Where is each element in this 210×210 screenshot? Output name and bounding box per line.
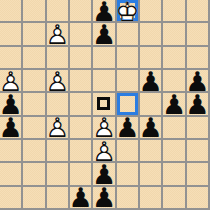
cell-r4c3[interactable]: ♟♙ [47, 70, 68, 91]
cell-r5c8[interactable]: ♟ [163, 93, 184, 114]
black-pawn-icon: ♟ [93, 0, 114, 21]
cell-r6c9[interactable] [187, 117, 208, 138]
cell-r8c3[interactable] [47, 163, 68, 184]
cell-r4c5[interactable] [93, 70, 114, 91]
cell-r8c6[interactable] [117, 163, 138, 184]
cell-r7c9[interactable] [187, 140, 208, 161]
cell-r2c9[interactable] [187, 23, 208, 44]
white-pawn-icon: ♟♙ [93, 117, 114, 138]
cell-r1c7[interactable] [140, 0, 161, 21]
cell-r4c4[interactable] [70, 70, 91, 91]
cell-r5c3[interactable] [47, 93, 68, 114]
cell-r8c2[interactable] [23, 163, 44, 184]
cell-r7c6[interactable] [117, 140, 138, 161]
cell-r1c5[interactable]: ♟ [93, 0, 114, 21]
cell-r7c4[interactable] [70, 140, 91, 161]
cell-r9c6[interactable] [117, 187, 138, 208]
black-pawn-icon: ♟ [93, 163, 114, 184]
cell-r8c9[interactable] [187, 163, 208, 184]
cell-r6c6[interactable]: ♟ [117, 117, 138, 138]
white-king-icon: ♚♔ [117, 0, 138, 21]
cell-r1c4[interactable] [70, 0, 91, 21]
cell-r1c3[interactable] [47, 0, 68, 21]
cell-r2c6[interactable] [117, 23, 138, 44]
white-pawn-icon: ♟♙ [0, 70, 21, 91]
cell-r2c4[interactable] [70, 23, 91, 44]
cell-r3c6[interactable] [117, 47, 138, 68]
cell-r1c8[interactable] [163, 0, 184, 21]
cell-r5c4[interactable] [70, 93, 91, 114]
cell-r1c9[interactable] [187, 0, 208, 21]
cell-r8c5[interactable]: ♟ [93, 163, 114, 184]
black-pawn-icon: ♟ [70, 187, 91, 208]
black-pawn-icon: ♟ [93, 187, 114, 208]
black-pawn-icon: ♟ [0, 93, 21, 114]
cell-r2c3[interactable]: ♟♙ [47, 23, 68, 44]
white-pawn-icon: ♟♙ [47, 23, 68, 44]
black-pawn-icon: ♟ [0, 117, 21, 138]
cell-r7c1[interactable] [0, 140, 21, 161]
cell-r8c4[interactable] [70, 163, 91, 184]
cell-r1c2[interactable] [23, 0, 44, 21]
cell-r3c3[interactable] [47, 47, 68, 68]
cell-r3c2[interactable] [23, 47, 44, 68]
cell-r7c8[interactable] [163, 140, 184, 161]
cell-r3c4[interactable] [70, 47, 91, 68]
cell-r8c8[interactable] [163, 163, 184, 184]
cell-r8c1[interactable] [0, 163, 21, 184]
game-board: ♟♚♔♟♙♟♟♙♟♙♟♟♟♟♟♟♟♙♟♙♟♟♟♙♟♟♟ [0, 0, 210, 210]
black-pawn-icon: ♟ [117, 117, 138, 138]
black-pawn-icon: ♟ [93, 23, 114, 44]
black-pawn-icon: ♟ [163, 93, 184, 114]
cell-r5c5[interactable] [93, 93, 114, 114]
cell-r9c1[interactable] [0, 187, 21, 208]
cell-r6c3[interactable]: ♟♙ [47, 117, 68, 138]
cell-r4c8[interactable] [163, 70, 184, 91]
cell-r4c9[interactable]: ♟ [187, 70, 208, 91]
white-pawn-icon: ♟♙ [47, 117, 68, 138]
cell-r9c4[interactable]: ♟ [70, 187, 91, 208]
cell-r6c1[interactable]: ♟ [0, 117, 21, 138]
cell-r2c5[interactable]: ♟ [93, 23, 114, 44]
cell-r3c8[interactable] [163, 47, 184, 68]
black-pawn-icon: ♟ [187, 70, 208, 91]
cell-r7c2[interactable] [23, 140, 44, 161]
cell-r6c8[interactable] [163, 117, 184, 138]
cell-r3c9[interactable] [187, 47, 208, 68]
cell-r9c3[interactable] [47, 187, 68, 208]
cell-r6c7[interactable]: ♟ [140, 117, 161, 138]
cell-r1c1[interactable] [0, 0, 21, 21]
highlighted-cell-r5c6[interactable] [117, 93, 138, 114]
cell-r6c4[interactable] [70, 117, 91, 138]
cell-r7c5[interactable]: ♟♙ [93, 140, 114, 161]
cell-r4c2[interactable] [23, 70, 44, 91]
cell-r9c2[interactable] [23, 187, 44, 208]
black-pawn-icon: ♟ [140, 70, 161, 91]
cell-r7c3[interactable] [47, 140, 68, 161]
cell-r6c2[interactable] [23, 117, 44, 138]
black-pawn-icon: ♟ [140, 117, 161, 138]
cell-r5c9[interactable]: ♟ [187, 93, 208, 114]
white-pawn-icon: ♟♙ [47, 70, 68, 91]
cell-r5c1[interactable]: ♟ [0, 93, 21, 114]
highlighted-cell-r1c6[interactable]: ♚♔ [117, 0, 138, 21]
cell-r9c9[interactable] [187, 187, 208, 208]
cell-r3c1[interactable] [0, 47, 21, 68]
cell-r3c7[interactable] [140, 47, 161, 68]
cell-r4c6[interactable] [117, 70, 138, 91]
target-square-marker [97, 97, 110, 110]
cell-r4c7[interactable]: ♟ [140, 70, 161, 91]
cell-r5c2[interactable] [23, 93, 44, 114]
white-pawn-icon: ♟♙ [93, 140, 114, 161]
cell-r2c8[interactable] [163, 23, 184, 44]
cell-r7c7[interactable] [140, 140, 161, 161]
cell-r6c5[interactable]: ♟♙ [93, 117, 114, 138]
cell-r9c8[interactable] [163, 187, 184, 208]
cell-r4c1[interactable]: ♟♙ [0, 70, 21, 91]
cell-r9c7[interactable] [140, 187, 161, 208]
cell-r8c7[interactable] [140, 163, 161, 184]
cell-r2c2[interactable] [23, 23, 44, 44]
cell-r5c7[interactable] [140, 93, 161, 114]
cell-r2c7[interactable] [140, 23, 161, 44]
cell-r2c1[interactable] [0, 23, 21, 44]
cell-r3c5[interactable] [93, 47, 114, 68]
black-pawn-icon: ♟ [187, 93, 208, 114]
cell-r9c5[interactable]: ♟ [93, 187, 114, 208]
